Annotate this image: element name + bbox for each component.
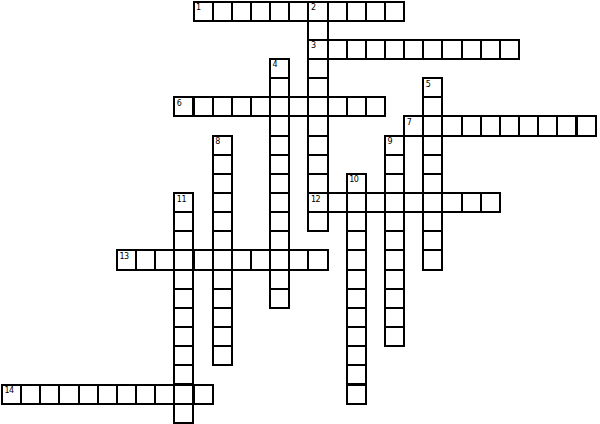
crossword-cell[interactable] — [461, 39, 482, 60]
crossword-cell[interactable] — [384, 39, 405, 60]
crossword-cell[interactable] — [384, 269, 405, 290]
crossword-cell[interactable] — [422, 115, 443, 136]
crossword-cell[interactable] — [480, 39, 501, 60]
crossword-cell[interactable] — [212, 345, 233, 366]
crossword-cell[interactable] — [346, 230, 367, 251]
crossword-cell[interactable] — [212, 249, 233, 270]
crossword-cell[interactable] — [250, 1, 271, 22]
crossword-cell[interactable] — [461, 115, 482, 136]
clue-number: 14 — [5, 387, 14, 395]
crossword-cell[interactable] — [288, 249, 309, 270]
clue-number: 9 — [388, 138, 393, 146]
crossword-cell[interactable] — [307, 135, 328, 156]
clue-number: 10 — [349, 176, 358, 184]
crossword-cell[interactable] — [365, 192, 386, 213]
crossword-cell[interactable] — [365, 96, 386, 117]
crossword-cell[interactable] — [422, 211, 443, 232]
crossword-cell[interactable] — [269, 288, 290, 309]
crossword-cell[interactable] — [422, 249, 443, 270]
clue-number: 2 — [311, 4, 316, 12]
crossword-cell[interactable] — [422, 96, 443, 117]
crossword-cell[interactable] — [346, 384, 367, 405]
crossword-cell[interactable] — [269, 96, 290, 117]
crossword-cell[interactable] — [365, 1, 386, 22]
crossword-cell[interactable] — [346, 326, 367, 347]
crossword-cell[interactable] — [384, 326, 405, 347]
crossword-cell[interactable] — [422, 39, 443, 60]
crossword-cell[interactable] — [346, 345, 367, 366]
crossword-cell[interactable] — [154, 384, 175, 405]
crossword-cell[interactable] — [173, 230, 194, 251]
crossword-cell[interactable] — [135, 384, 156, 405]
crossword-cell[interactable] — [173, 307, 194, 328]
clue-number: 3 — [311, 42, 316, 50]
crossword-cell[interactable] — [173, 211, 194, 232]
clue-number: 12 — [311, 196, 320, 204]
crossword-cell[interactable] — [384, 230, 405, 251]
crossword-cell[interactable] — [327, 192, 348, 213]
crossword-cell[interactable] — [346, 96, 367, 117]
crossword-cell[interactable] — [346, 192, 367, 213]
crossword-cell[interactable] — [212, 173, 233, 194]
crossword-cell[interactable] — [499, 115, 520, 136]
crossword-cell[interactable] — [327, 96, 348, 117]
crossword-cell[interactable] — [212, 230, 233, 251]
crossword-cell[interactable] — [384, 154, 405, 175]
crossword-cell[interactable] — [346, 39, 367, 60]
crossword-cell[interactable] — [384, 249, 405, 270]
crossword-cell[interactable] — [269, 173, 290, 194]
crossword-cell[interactable] — [173, 326, 194, 347]
crossword-cell[interactable] — [212, 269, 233, 290]
crossword-cell[interactable] — [365, 39, 386, 60]
crossword-cell[interactable] — [384, 211, 405, 232]
crossword-cell[interactable] — [173, 249, 194, 270]
crossword-cell[interactable] — [346, 364, 367, 385]
crossword-cell[interactable] — [307, 173, 328, 194]
crossword-cell[interactable] — [269, 192, 290, 213]
crossword-cell[interactable] — [97, 384, 118, 405]
crossword-cell[interactable] — [346, 269, 367, 290]
crossword-cell[interactable] — [461, 192, 482, 213]
crossword-cell[interactable] — [327, 1, 348, 22]
crossword-cell[interactable] — [518, 115, 539, 136]
crossword-cell[interactable] — [269, 115, 290, 136]
crossword-cell[interactable] — [384, 173, 405, 194]
crossword-cell[interactable] — [173, 269, 194, 290]
crossword-cell[interactable] — [307, 115, 328, 136]
crossword-cell[interactable] — [537, 115, 558, 136]
clue-number: 8 — [215, 138, 220, 146]
crossword-cell[interactable] — [78, 384, 99, 405]
crossword-cell[interactable] — [346, 249, 367, 270]
crossword-cell[interactable] — [422, 192, 443, 213]
crossword-cell[interactable] — [403, 192, 424, 213]
crossword-cell[interactable] — [212, 154, 233, 175]
crossword-cell[interactable] — [269, 135, 290, 156]
crossword-cell[interactable] — [135, 249, 156, 270]
crossword-cell[interactable] — [212, 326, 233, 347]
crossword-cell[interactable] — [212, 192, 233, 213]
crossword-cell[interactable] — [307, 77, 328, 98]
crossword-cell[interactable] — [288, 1, 309, 22]
crossword-cell[interactable] — [480, 192, 501, 213]
crossword-cell[interactable] — [403, 39, 424, 60]
crossword-cell[interactable] — [269, 249, 290, 270]
crossword-board: 1234567891011121314 — [0, 0, 600, 424]
crossword-cell[interactable] — [58, 384, 79, 405]
crossword-cell[interactable] — [231, 249, 252, 270]
crossword-cell[interactable] — [116, 384, 137, 405]
crossword-cell[interactable] — [269, 269, 290, 290]
crossword-cell[interactable] — [173, 288, 194, 309]
clue-number: 13 — [119, 253, 128, 261]
crossword-cell[interactable] — [212, 288, 233, 309]
crossword-cell[interactable] — [346, 307, 367, 328]
crossword-cell[interactable] — [231, 96, 252, 117]
crossword-cell[interactable] — [307, 154, 328, 175]
crossword-cell[interactable] — [173, 403, 194, 424]
crossword-cell[interactable] — [307, 96, 328, 117]
crossword-cell[interactable] — [346, 1, 367, 22]
crossword-cell[interactable] — [384, 307, 405, 328]
crossword-cell[interactable] — [307, 211, 328, 232]
clue-number: 5 — [426, 81, 431, 89]
crossword-cell[interactable] — [327, 39, 348, 60]
clue-number: 11 — [177, 196, 186, 204]
crossword-cell[interactable] — [212, 211, 233, 232]
crossword-cell[interactable] — [422, 135, 443, 156]
crossword-cell[interactable] — [441, 39, 462, 60]
crossword-cell[interactable] — [441, 115, 462, 136]
crossword-cell[interactable] — [307, 58, 328, 79]
crossword-cell[interactable] — [173, 345, 194, 366]
crossword-cell[interactable] — [269, 211, 290, 232]
crossword-cell[interactable] — [422, 173, 443, 194]
crossword-cell[interactable] — [173, 384, 194, 405]
clue-number: 4 — [273, 61, 278, 69]
crossword-cell[interactable] — [39, 384, 60, 405]
crossword-cell[interactable] — [20, 384, 41, 405]
crossword-cell[interactable] — [250, 249, 271, 270]
crossword-cell[interactable] — [556, 115, 577, 136]
crossword-cell[interactable] — [307, 20, 328, 41]
crossword-cell[interactable] — [212, 1, 233, 22]
crossword-cell[interactable] — [346, 211, 367, 232]
crossword-cell[interactable] — [307, 249, 328, 270]
crossword-cell[interactable] — [288, 96, 309, 117]
crossword-cell[interactable] — [384, 288, 405, 309]
clue-number: 1 — [196, 4, 201, 12]
crossword-cell[interactable] — [384, 192, 405, 213]
crossword-cell[interactable] — [269, 77, 290, 98]
crossword-cell[interactable] — [576, 115, 597, 136]
crossword-cell[interactable] — [422, 154, 443, 175]
crossword-cell[interactable] — [269, 230, 290, 251]
crossword-cell[interactable] — [193, 96, 214, 117]
crossword-cell[interactable] — [422, 230, 443, 251]
crossword-puzzle: 1234567891011121314 — [0, 0, 600, 424]
crossword-cell[interactable] — [441, 192, 462, 213]
crossword-cell[interactable] — [154, 249, 175, 270]
crossword-cell[interactable] — [231, 1, 252, 22]
crossword-cell[interactable] — [346, 288, 367, 309]
crossword-cell[interactable] — [212, 307, 233, 328]
crossword-cell[interactable] — [269, 154, 290, 175]
crossword-cell[interactable] — [212, 96, 233, 117]
crossword-cell[interactable] — [384, 1, 405, 22]
crossword-cell[interactable] — [193, 384, 214, 405]
clue-number: 7 — [407, 119, 412, 127]
crossword-cell[interactable] — [480, 115, 501, 136]
crossword-cell[interactable] — [499, 39, 520, 60]
crossword-cell[interactable] — [173, 364, 194, 385]
clue-number: 6 — [177, 100, 182, 108]
crossword-cell[interactable] — [250, 96, 271, 117]
crossword-cell[interactable] — [269, 1, 290, 22]
crossword-cell[interactable] — [193, 249, 214, 270]
